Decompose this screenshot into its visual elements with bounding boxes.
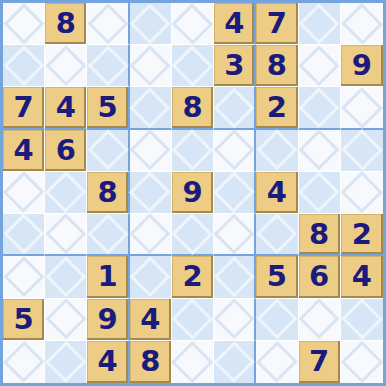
cell-r1c5-empty[interactable] bbox=[172, 3, 214, 45]
cell-r7c1-empty[interactable] bbox=[3, 256, 45, 298]
cell-r8c9-empty[interactable] bbox=[341, 299, 383, 341]
cell-r6c6-empty[interactable] bbox=[214, 214, 256, 256]
cell-r1c4-empty[interactable] bbox=[130, 3, 172, 45]
cell-r9c4-given: 8 bbox=[130, 341, 172, 383]
cell-r2c6-given: 3 bbox=[214, 45, 256, 87]
cell-r5c1-empty[interactable] bbox=[3, 172, 45, 214]
cell-r5c4-empty[interactable] bbox=[130, 172, 172, 214]
cell-r4c6-empty[interactable] bbox=[214, 130, 256, 172]
cell-r3c2-given: 4 bbox=[45, 87, 87, 129]
cell-r5c3-given: 8 bbox=[87, 172, 129, 214]
cell-r7c7-given: 5 bbox=[256, 256, 298, 298]
cell-r9c7-empty[interactable] bbox=[256, 341, 298, 383]
cell-r4c9-empty[interactable] bbox=[341, 130, 383, 172]
cell-r9c8-given: 7 bbox=[299, 341, 341, 383]
cell-r6c8-given: 8 bbox=[299, 214, 341, 256]
cell-r1c9-empty[interactable] bbox=[341, 3, 383, 45]
cell-r6c4-empty[interactable] bbox=[130, 214, 172, 256]
cell-r8c5-empty[interactable] bbox=[172, 299, 214, 341]
cell-r7c6-empty[interactable] bbox=[214, 256, 256, 298]
cell-r4c2-given: 6 bbox=[45, 130, 87, 172]
cell-r1c1-empty[interactable] bbox=[3, 3, 45, 45]
cell-r6c3-empty[interactable] bbox=[87, 214, 129, 256]
cell-r1c2-given: 8 bbox=[45, 3, 87, 45]
cell-r1c8-empty[interactable] bbox=[299, 3, 341, 45]
cell-r8c1-given: 5 bbox=[3, 299, 45, 341]
cell-r3c4-empty[interactable] bbox=[130, 87, 172, 129]
cell-r7c9-given: 4 bbox=[341, 256, 383, 298]
cell-r9c3-given: 4 bbox=[87, 341, 129, 383]
cell-r6c1-empty[interactable] bbox=[3, 214, 45, 256]
cell-r1c6-given: 4 bbox=[214, 3, 256, 45]
sudoku-board: 84738974582468948212564594487 bbox=[0, 0, 386, 386]
cell-r6c2-empty[interactable] bbox=[45, 214, 87, 256]
cell-r7c3-given: 1 bbox=[87, 256, 129, 298]
cell-r2c9-given: 9 bbox=[341, 45, 383, 87]
cell-r9c5-empty[interactable] bbox=[172, 341, 214, 383]
cell-r3c7-given: 2 bbox=[256, 87, 298, 129]
cell-r4c5-empty[interactable] bbox=[172, 130, 214, 172]
cell-r1c7-given: 7 bbox=[256, 3, 298, 45]
cell-r2c7-given: 8 bbox=[256, 45, 298, 87]
cell-r3c3-given: 5 bbox=[87, 87, 129, 129]
cell-r8c6-empty[interactable] bbox=[214, 299, 256, 341]
cell-r5c5-given: 9 bbox=[172, 172, 214, 214]
cell-r5c2-empty[interactable] bbox=[45, 172, 87, 214]
cell-r9c1-empty[interactable] bbox=[3, 341, 45, 383]
cell-r8c3-given: 9 bbox=[87, 299, 129, 341]
cell-r2c5-empty[interactable] bbox=[172, 45, 214, 87]
cell-r6c5-empty[interactable] bbox=[172, 214, 214, 256]
cell-r3c5-given: 8 bbox=[172, 87, 214, 129]
cell-r4c3-empty[interactable] bbox=[87, 130, 129, 172]
cell-r8c8-empty[interactable] bbox=[299, 299, 341, 341]
cell-r5c9-empty[interactable] bbox=[341, 172, 383, 214]
cell-r2c3-empty[interactable] bbox=[87, 45, 129, 87]
cell-r9c2-empty[interactable] bbox=[45, 341, 87, 383]
cell-r7c8-given: 6 bbox=[299, 256, 341, 298]
cell-r4c8-empty[interactable] bbox=[299, 130, 341, 172]
cell-r7c2-empty[interactable] bbox=[45, 256, 87, 298]
cell-r8c7-empty[interactable] bbox=[256, 299, 298, 341]
cell-r5c7-given: 4 bbox=[256, 172, 298, 214]
cell-r5c6-empty[interactable] bbox=[214, 172, 256, 214]
cell-r4c1-given: 4 bbox=[3, 130, 45, 172]
cell-r7c5-given: 2 bbox=[172, 256, 214, 298]
cell-r8c4-given: 4 bbox=[130, 299, 172, 341]
cell-r1c3-empty[interactable] bbox=[87, 3, 129, 45]
cell-r5c8-empty[interactable] bbox=[299, 172, 341, 214]
cell-r6c7-empty[interactable] bbox=[256, 214, 298, 256]
cell-r2c2-empty[interactable] bbox=[45, 45, 87, 87]
cell-r2c1-empty[interactable] bbox=[3, 45, 45, 87]
cell-r4c7-empty[interactable] bbox=[256, 130, 298, 172]
cell-r6c9-given: 2 bbox=[341, 214, 383, 256]
cell-r7c4-empty[interactable] bbox=[130, 256, 172, 298]
cell-r9c9-empty[interactable] bbox=[341, 341, 383, 383]
cell-r3c8-empty[interactable] bbox=[299, 87, 341, 129]
cell-r2c4-empty[interactable] bbox=[130, 45, 172, 87]
cell-r3c1-given: 7 bbox=[3, 87, 45, 129]
cell-r3c6-empty[interactable] bbox=[214, 87, 256, 129]
cell-r2c8-empty[interactable] bbox=[299, 45, 341, 87]
cell-r3c9-empty[interactable] bbox=[341, 87, 383, 129]
cell-r4c4-empty[interactable] bbox=[130, 130, 172, 172]
cell-r9c6-empty[interactable] bbox=[214, 341, 256, 383]
cell-r8c2-empty[interactable] bbox=[45, 299, 87, 341]
